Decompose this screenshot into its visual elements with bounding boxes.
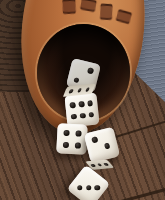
- pip: [71, 114, 77, 120]
- pip: [90, 163, 96, 167]
- pip: [104, 143, 111, 150]
- dice-roll-photo: [0, 0, 165, 200]
- pip: [80, 113, 86, 119]
- stamp-mark: [62, 0, 76, 14]
- pip: [63, 142, 69, 148]
- stamp-mark: [80, 0, 97, 12]
- die-face-3: [67, 165, 111, 200]
- pip: [94, 185, 100, 191]
- pip: [86, 185, 92, 191]
- pip: [78, 101, 84, 107]
- pip: [103, 162, 109, 166]
- pip: [69, 89, 74, 93]
- pip: [73, 77, 80, 84]
- pip: [96, 163, 102, 167]
- pip: [87, 67, 94, 74]
- pip: [75, 130, 81, 136]
- stamp-mark: [115, 9, 132, 24]
- pip: [77, 185, 83, 191]
- pip: [88, 112, 94, 118]
- pip: [91, 136, 98, 143]
- die-face-6: [64, 92, 99, 127]
- pip: [86, 87, 91, 91]
- stamp-mark: [100, 4, 113, 20]
- pip: [77, 88, 82, 92]
- pip: [63, 130, 69, 136]
- pip: [87, 100, 93, 106]
- die-face-4: [56, 123, 88, 155]
- pip: [69, 102, 75, 108]
- pip: [75, 142, 81, 148]
